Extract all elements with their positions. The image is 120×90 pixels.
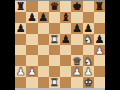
square-d8[interactable]: ♛ xyxy=(49,1,60,12)
square-g3[interactable]: ♞ xyxy=(83,55,94,66)
square-a2[interactable]: ♟ xyxy=(15,66,26,77)
square-b5[interactable] xyxy=(26,34,37,45)
black-pawn-icon: ♟ xyxy=(72,23,81,33)
square-f6[interactable]: ♟ xyxy=(71,23,82,34)
letterbox-right xyxy=(105,0,120,90)
square-b4[interactable] xyxy=(26,45,37,56)
square-a5[interactable] xyxy=(15,34,26,45)
square-g2[interactable]: ♟ xyxy=(83,66,94,77)
black-rook-icon: ♜ xyxy=(16,1,25,11)
square-f4[interactable] xyxy=(71,45,82,56)
square-e3[interactable] xyxy=(60,55,71,66)
square-f5[interactable] xyxy=(71,34,82,45)
square-a4[interactable] xyxy=(15,45,26,56)
black-bishop-icon: ♝ xyxy=(61,12,70,22)
square-c6[interactable] xyxy=(38,23,49,34)
square-e6[interactable] xyxy=(60,23,71,34)
black-pawn-icon: ♟ xyxy=(95,34,104,44)
square-g5[interactable]: ♞ xyxy=(83,34,94,45)
square-d6[interactable] xyxy=(49,23,60,34)
square-f7[interactable] xyxy=(71,12,82,23)
square-g6[interactable]: ♟ xyxy=(83,23,94,34)
square-c2[interactable] xyxy=(38,66,49,77)
square-e8[interactable] xyxy=(60,1,71,12)
square-d3[interactable] xyxy=(49,55,60,66)
white-queen-icon: ♛ xyxy=(72,55,81,65)
square-d1[interactable]: ♜ xyxy=(49,77,60,88)
square-a7[interactable] xyxy=(15,12,26,23)
white-knight-icon: ♞ xyxy=(83,55,92,65)
board-grid: ♜♛♚♜♟♟♝♟♟♟♜♟♞♟♟♛♞♟♟♟♟♜♚ xyxy=(15,1,105,88)
square-h6[interactable] xyxy=(94,23,105,34)
square-h5[interactable]: ♟ xyxy=(94,34,105,45)
white-rook-icon: ♜ xyxy=(50,77,59,87)
square-a3[interactable] xyxy=(15,55,26,66)
square-h3[interactable] xyxy=(94,55,105,66)
square-a8[interactable]: ♜ xyxy=(15,1,26,12)
square-c5[interactable] xyxy=(38,34,49,45)
square-a6[interactable]: ♟ xyxy=(15,23,26,34)
black-pawn-icon: ♟ xyxy=(16,23,25,33)
square-g1[interactable]: ♚ xyxy=(83,77,94,88)
black-queen-icon: ♛ xyxy=(50,1,59,11)
square-d2[interactable] xyxy=(49,66,60,77)
black-pawn-icon: ♟ xyxy=(27,12,36,22)
white-pawn-icon: ♟ xyxy=(95,45,104,55)
white-pawn-icon: ♟ xyxy=(27,66,36,76)
black-pawn-icon: ♟ xyxy=(38,12,47,22)
square-c1[interactable] xyxy=(38,77,49,88)
square-d4[interactable] xyxy=(49,45,60,56)
square-h2[interactable] xyxy=(94,66,105,77)
square-a1[interactable] xyxy=(15,77,26,88)
white-knight-icon: ♞ xyxy=(83,34,92,44)
square-f2[interactable]: ♟ xyxy=(71,66,82,77)
square-e7[interactable]: ♝ xyxy=(60,12,71,23)
square-b7[interactable]: ♟ xyxy=(26,12,37,23)
square-h4[interactable]: ♟ xyxy=(94,45,105,56)
square-c3[interactable] xyxy=(38,55,49,66)
square-d7[interactable] xyxy=(49,12,60,23)
square-f1[interactable] xyxy=(71,77,82,88)
square-g4[interactable] xyxy=(83,45,94,56)
white-pawn-icon: ♟ xyxy=(16,66,25,76)
square-e1[interactable] xyxy=(60,77,71,88)
square-b8[interactable] xyxy=(26,1,37,12)
square-b3[interactable] xyxy=(26,55,37,66)
square-h1[interactable] xyxy=(94,77,105,88)
square-b6[interactable] xyxy=(26,23,37,34)
square-b1[interactable] xyxy=(26,77,37,88)
square-e5[interactable]: ♟ xyxy=(60,34,71,45)
screenshot-stage: ♜♛♚♜♟♟♝♟♟♟♜♟♞♟♟♛♞♟♟♟♟♜♚ xyxy=(0,0,120,90)
board-bottom-edge xyxy=(15,88,105,90)
square-c8[interactable] xyxy=(38,1,49,12)
white-pawn-icon: ♟ xyxy=(72,66,81,76)
white-rook-icon: ♜ xyxy=(50,34,59,44)
black-king-icon: ♚ xyxy=(72,1,81,11)
square-g8[interactable] xyxy=(83,1,94,12)
black-pawn-icon: ♟ xyxy=(61,34,70,44)
black-pawn-icon: ♟ xyxy=(83,23,92,33)
square-b2[interactable]: ♟ xyxy=(26,66,37,77)
square-g7[interactable] xyxy=(83,12,94,23)
square-h8[interactable]: ♜ xyxy=(94,1,105,12)
square-e4[interactable] xyxy=(60,45,71,56)
letterbox-left xyxy=(0,0,15,90)
square-d5[interactable]: ♜ xyxy=(49,34,60,45)
square-h7[interactable] xyxy=(94,12,105,23)
square-e2[interactable] xyxy=(60,66,71,77)
square-f8[interactable]: ♚ xyxy=(71,1,82,12)
white-pawn-icon: ♟ xyxy=(83,66,92,76)
white-king-icon: ♚ xyxy=(83,77,92,87)
black-rook-icon: ♜ xyxy=(95,1,104,11)
square-c7[interactable]: ♟ xyxy=(38,12,49,23)
square-c4[interactable] xyxy=(38,45,49,56)
chess-board: ♜♛♚♜♟♟♝♟♟♟♜♟♞♟♟♛♞♟♟♟♟♜♚ xyxy=(15,0,105,90)
square-f3[interactable]: ♛ xyxy=(71,55,82,66)
